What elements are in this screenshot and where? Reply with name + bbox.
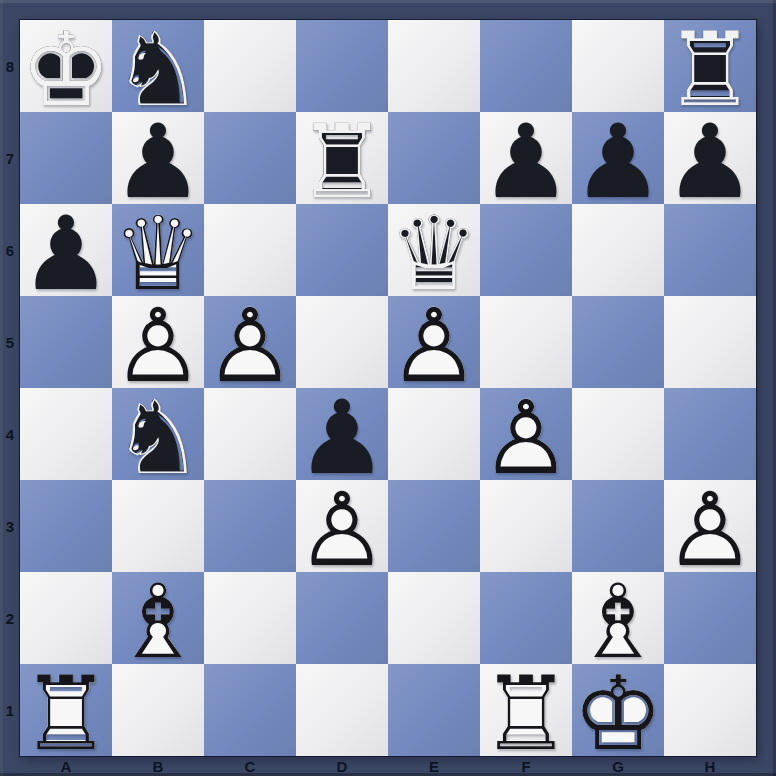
white-rook-detail: ♖ [480, 668, 572, 760]
piece-white-queen[interactable]: ♛♕ [112, 204, 204, 296]
white-pawn-detail: ♙ [204, 300, 296, 392]
square-a7[interactable] [20, 112, 112, 204]
square-a3[interactable] [20, 480, 112, 572]
square-c4[interactable] [204, 388, 296, 480]
square-a1[interactable]: ♜♖ [20, 664, 112, 756]
white-bishop-detail: ♗ [112, 576, 204, 668]
square-f3[interactable] [480, 480, 572, 572]
rank-label-1: 1 [0, 664, 20, 756]
rank-label-3: 3 [0, 480, 20, 572]
white-queen-body: ♛ [112, 208, 204, 300]
square-e3[interactable] [388, 480, 480, 572]
square-c6[interactable] [204, 204, 296, 296]
piece-white-pawn[interactable]: ♟♙ [204, 296, 296, 388]
square-g8[interactable] [572, 20, 664, 112]
square-c8[interactable] [204, 20, 296, 112]
piece-white-pawn[interactable]: ♟♙ [112, 296, 204, 388]
white-bishop-detail: ♗ [572, 576, 664, 668]
rank-label-4: 4 [0, 388, 20, 480]
square-b2[interactable]: ♝♗ [112, 572, 204, 664]
square-d6[interactable] [296, 204, 388, 296]
square-g1[interactable]: ♚♔ [572, 664, 664, 756]
black-rook-detail: ♖ [296, 116, 388, 208]
square-d5[interactable] [296, 296, 388, 388]
white-pawn-detail: ♙ [296, 484, 388, 576]
white-pawn-detail: ♙ [112, 300, 204, 392]
piece-black-rook[interactable]: ♜♖ [664, 20, 756, 112]
piece-black-pawn[interactable]: ♟ [20, 204, 112, 296]
piece-black-pawn[interactable]: ♟ [572, 112, 664, 204]
white-rook-body: ♜ [20, 668, 112, 760]
square-b1[interactable] [112, 664, 204, 756]
square-f8[interactable] [480, 20, 572, 112]
square-c5[interactable]: ♟♙ [204, 296, 296, 388]
square-f2[interactable] [480, 572, 572, 664]
square-f5[interactable] [480, 296, 572, 388]
piece-white-king[interactable]: ♚♔ [572, 664, 664, 756]
black-pawn-body: ♟ [20, 208, 112, 300]
square-h4[interactable] [664, 388, 756, 480]
file-label-c: C [204, 756, 296, 776]
black-knight-detail: ♘ [112, 392, 204, 484]
rank-label-6: 6 [0, 204, 20, 296]
square-h2[interactable] [664, 572, 756, 664]
square-e6[interactable]: ♛♕ [388, 204, 480, 296]
square-a6[interactable]: ♟ [20, 204, 112, 296]
square-f1[interactable]: ♜♖ [480, 664, 572, 756]
square-b5[interactable]: ♟♙ [112, 296, 204, 388]
black-pawn-body: ♟ [572, 116, 664, 208]
square-d2[interactable] [296, 572, 388, 664]
square-c7[interactable] [204, 112, 296, 204]
white-king-body: ♚ [572, 668, 664, 760]
piece-white-pawn[interactable]: ♟♙ [388, 296, 480, 388]
file-label-a: A [20, 756, 112, 776]
square-d3[interactable]: ♟♙ [296, 480, 388, 572]
white-pawn-body: ♟ [388, 300, 480, 392]
white-pawn-body: ♟ [112, 300, 204, 392]
rank-label-8: 8 [0, 20, 20, 112]
black-pawn-body: ♟ [112, 116, 204, 208]
black-king-detail: ♔ [20, 24, 112, 116]
square-g4[interactable] [572, 388, 664, 480]
white-pawn-detail: ♙ [388, 300, 480, 392]
white-pawn-detail: ♙ [664, 484, 756, 576]
square-a5[interactable] [20, 296, 112, 388]
square-g6[interactable] [572, 204, 664, 296]
file-label-b: B [112, 756, 204, 776]
white-king-detail: ♔ [572, 668, 664, 760]
square-e2[interactable] [388, 572, 480, 664]
square-f4[interactable]: ♟♙ [480, 388, 572, 480]
file-label-d: D [296, 756, 388, 776]
square-e8[interactable] [388, 20, 480, 112]
square-c2[interactable] [204, 572, 296, 664]
white-bishop-body: ♝ [572, 576, 664, 668]
white-pawn-body: ♟ [480, 392, 572, 484]
rank-label-5: 5 [0, 296, 20, 388]
black-rook-body: ♜ [296, 116, 388, 208]
square-h7[interactable]: ♟ [664, 112, 756, 204]
piece-black-knight[interactable]: ♞♘ [112, 388, 204, 480]
black-knight-body: ♞ [112, 24, 204, 116]
square-e7[interactable] [388, 112, 480, 204]
white-pawn-body: ♟ [664, 484, 756, 576]
square-g3[interactable] [572, 480, 664, 572]
rank-label-7: 7 [0, 112, 20, 204]
rank-label-2: 2 [0, 572, 20, 664]
black-queen-detail: ♕ [388, 208, 480, 300]
piece-white-rook[interactable]: ♜♖ [20, 664, 112, 756]
black-queen-body: ♛ [388, 208, 480, 300]
square-d1[interactable] [296, 664, 388, 756]
square-f7[interactable]: ♟ [480, 112, 572, 204]
white-queen-detail: ♕ [112, 208, 204, 300]
black-rook-body: ♜ [664, 24, 756, 116]
black-knight-detail: ♘ [112, 24, 204, 116]
square-g5[interactable] [572, 296, 664, 388]
piece-black-pawn[interactable]: ♟ [664, 112, 756, 204]
square-h3[interactable]: ♟♙ [664, 480, 756, 572]
white-rook-detail: ♖ [20, 668, 112, 760]
square-c1[interactable] [204, 664, 296, 756]
square-b3[interactable] [112, 480, 204, 572]
piece-black-pawn[interactable]: ♟ [296, 388, 388, 480]
piece-white-pawn[interactable]: ♟♙ [296, 480, 388, 572]
piece-white-bishop[interactable]: ♝♗ [112, 572, 204, 664]
white-pawn-body: ♟ [296, 484, 388, 576]
square-a4[interactable] [20, 388, 112, 480]
piece-black-king[interactable]: ♚♔ [20, 20, 112, 112]
chess-board: ♚♔♞♘♜♖♟♜♖♟♟♟♟♛♕♛♕♟♙♟♙♟♙♞♘♟♟♙♟♙♟♙♝♗♝♗♜♖♜♖… [20, 20, 756, 756]
piece-white-rook[interactable]: ♜♖ [480, 664, 572, 756]
square-a8[interactable]: ♚♔ [20, 20, 112, 112]
white-bishop-body: ♝ [112, 576, 204, 668]
square-b7[interactable]: ♟ [112, 112, 204, 204]
square-g7[interactable]: ♟ [572, 112, 664, 204]
square-d7[interactable]: ♜♖ [296, 112, 388, 204]
square-h6[interactable] [664, 204, 756, 296]
square-e4[interactable] [388, 388, 480, 480]
file-label-h: H [664, 756, 756, 776]
piece-white-pawn[interactable]: ♟♙ [480, 388, 572, 480]
square-a2[interactable] [20, 572, 112, 664]
square-e5[interactable]: ♟♙ [388, 296, 480, 388]
piece-black-pawn[interactable]: ♟ [112, 112, 204, 204]
square-h8[interactable]: ♜♖ [664, 20, 756, 112]
black-pawn-body: ♟ [480, 116, 572, 208]
square-f6[interactable] [480, 204, 572, 296]
square-h5[interactable] [664, 296, 756, 388]
file-label-f: F [480, 756, 572, 776]
black-rook-detail: ♖ [664, 24, 756, 116]
square-b8[interactable]: ♞♘ [112, 20, 204, 112]
black-pawn-body: ♟ [296, 392, 388, 484]
piece-black-rook[interactable]: ♜♖ [296, 112, 388, 204]
file-label-g: G [572, 756, 664, 776]
white-pawn-body: ♟ [204, 300, 296, 392]
piece-white-bishop[interactable]: ♝♗ [572, 572, 664, 664]
piece-white-pawn[interactable]: ♟♙ [664, 480, 756, 572]
piece-black-pawn[interactable]: ♟ [480, 112, 572, 204]
square-d4[interactable]: ♟ [296, 388, 388, 480]
square-h1[interactable] [664, 664, 756, 756]
file-label-e: E [388, 756, 480, 776]
piece-black-knight[interactable]: ♞♘ [112, 20, 204, 112]
chess-board-frame: ♚♔♞♘♜♖♟♜♖♟♟♟♟♛♕♛♕♟♙♟♙♟♙♞♘♟♟♙♟♙♟♙♝♗♝♗♜♖♜♖… [0, 0, 776, 776]
square-c3[interactable] [204, 480, 296, 572]
square-b6[interactable]: ♛♕ [112, 204, 204, 296]
square-b4[interactable]: ♞♘ [112, 388, 204, 480]
white-pawn-detail: ♙ [480, 392, 572, 484]
black-pawn-body: ♟ [664, 116, 756, 208]
square-d8[interactable] [296, 20, 388, 112]
square-e1[interactable] [388, 664, 480, 756]
black-king-body: ♚ [20, 24, 112, 116]
white-rook-body: ♜ [480, 668, 572, 760]
square-g2[interactable]: ♝♗ [572, 572, 664, 664]
piece-black-queen[interactable]: ♛♕ [388, 204, 480, 296]
black-knight-body: ♞ [112, 392, 204, 484]
